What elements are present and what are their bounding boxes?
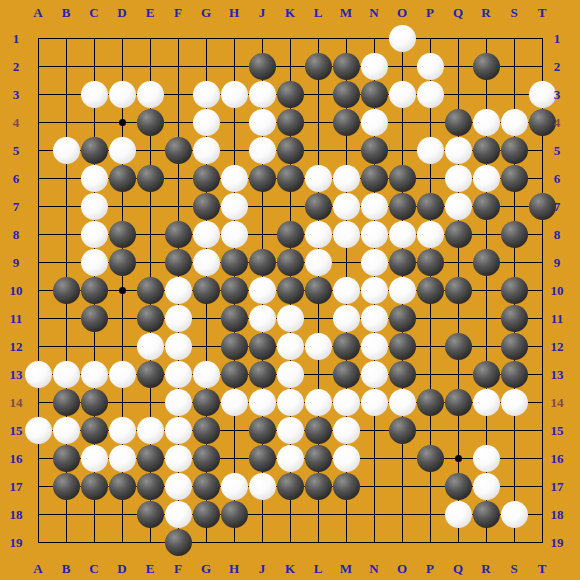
stone-black-c15[interactable]: [81, 417, 108, 444]
col-label-bottom-b: B: [62, 562, 71, 575]
stone-white-f12[interactable]: [165, 333, 192, 360]
stone-white-k16[interactable]: [277, 445, 304, 472]
stone-black-c11[interactable]: [81, 305, 108, 332]
col-label-bottom-c: C: [89, 562, 98, 575]
stone-black-o7[interactable]: [389, 193, 416, 220]
stone-black-o13[interactable]: [389, 361, 416, 388]
row-label-left-9: 9: [13, 256, 20, 269]
stone-white-d13[interactable]: [109, 361, 136, 388]
stone-white-r17[interactable]: [473, 473, 500, 500]
col-label-top-j: J: [259, 6, 266, 19]
stone-black-b17[interactable]: [53, 473, 80, 500]
stone-black-t7[interactable]: [529, 193, 556, 220]
stone-white-s4[interactable]: [501, 109, 528, 136]
col-label-bottom-h: H: [229, 562, 239, 575]
stone-white-o10[interactable]: [389, 277, 416, 304]
stone-black-o15[interactable]: [389, 417, 416, 444]
col-label-top-f: F: [174, 6, 182, 19]
row-label-right-19: 19: [551, 536, 564, 549]
stone-black-p10[interactable]: [417, 277, 444, 304]
stone-black-c10[interactable]: [81, 277, 108, 304]
goban: AABBCCDDEEFFGGHHJJKKLLMMNNOOPPQQRRSSTT11…: [0, 0, 580, 580]
stone-white-l12[interactable]: [305, 333, 332, 360]
stone-black-l2[interactable]: [305, 53, 332, 80]
col-label-top-g: G: [201, 6, 211, 19]
stone-black-o11[interactable]: [389, 305, 416, 332]
stone-white-h8[interactable]: [221, 221, 248, 248]
stone-black-q17[interactable]: [445, 473, 472, 500]
stone-white-f17[interactable]: [165, 473, 192, 500]
stone-black-s11[interactable]: [501, 305, 528, 332]
stone-black-r2[interactable]: [473, 53, 500, 80]
stone-white-g3[interactable]: [193, 81, 220, 108]
stone-white-e12[interactable]: [137, 333, 164, 360]
stone-black-m12[interactable]: [333, 333, 360, 360]
row-label-left-2: 2: [13, 60, 20, 73]
row-label-right-14: 14: [551, 396, 564, 409]
col-label-bottom-s: S: [510, 562, 517, 575]
stone-white-f11[interactable]: [165, 305, 192, 332]
stone-black-k4[interactable]: [277, 109, 304, 136]
stone-black-s12[interactable]: [501, 333, 528, 360]
stone-white-n2[interactable]: [361, 53, 388, 80]
stone-black-m17[interactable]: [333, 473, 360, 500]
stone-white-j3[interactable]: [249, 81, 276, 108]
stone-white-n8[interactable]: [361, 221, 388, 248]
star-point-d4: [119, 119, 126, 126]
stone-black-r5[interactable]: [473, 137, 500, 164]
stone-black-g18[interactable]: [193, 501, 220, 528]
row-label-left-4: 4: [13, 116, 20, 129]
stone-white-o14[interactable]: [389, 389, 416, 416]
stone-white-m8[interactable]: [333, 221, 360, 248]
stone-white-n9[interactable]: [361, 249, 388, 276]
stone-white-h14[interactable]: [221, 389, 248, 416]
row-label-right-9: 9: [554, 256, 561, 269]
stone-black-q4[interactable]: [445, 109, 472, 136]
stone-white-a13[interactable]: [25, 361, 52, 388]
stone-white-f13[interactable]: [165, 361, 192, 388]
stone-black-p7[interactable]: [417, 193, 444, 220]
col-label-bottom-f: F: [174, 562, 182, 575]
row-label-left-10: 10: [10, 284, 23, 297]
col-label-bottom-t: T: [538, 562, 547, 575]
stone-white-l8[interactable]: [305, 221, 332, 248]
stone-black-n3[interactable]: [361, 81, 388, 108]
stone-black-j6[interactable]: [249, 165, 276, 192]
stone-black-d8[interactable]: [109, 221, 136, 248]
stone-black-s8[interactable]: [501, 221, 528, 248]
stone-white-s14[interactable]: [501, 389, 528, 416]
stone-black-h18[interactable]: [221, 501, 248, 528]
stone-white-p5[interactable]: [417, 137, 444, 164]
row-label-right-5: 5: [554, 144, 561, 157]
col-label-bottom-q: Q: [453, 562, 463, 575]
stone-white-h7[interactable]: [221, 193, 248, 220]
row-label-left-12: 12: [10, 340, 23, 353]
col-label-bottom-o: O: [397, 562, 407, 575]
stone-white-m7[interactable]: [333, 193, 360, 220]
stone-white-c16[interactable]: [81, 445, 108, 472]
stone-white-c13[interactable]: [81, 361, 108, 388]
stone-black-f9[interactable]: [165, 249, 192, 276]
col-label-top-a: A: [33, 6, 42, 19]
star-point-d10: [119, 287, 126, 294]
stone-white-m11[interactable]: [333, 305, 360, 332]
stone-white-g4[interactable]: [193, 109, 220, 136]
stone-black-s13[interactable]: [501, 361, 528, 388]
stone-white-n14[interactable]: [361, 389, 388, 416]
stone-black-j12[interactable]: [249, 333, 276, 360]
row-label-left-5: 5: [13, 144, 20, 157]
stone-white-p3[interactable]: [417, 81, 444, 108]
row-label-left-16: 16: [10, 452, 23, 465]
stone-white-g13[interactable]: [193, 361, 220, 388]
col-label-top-o: O: [397, 6, 407, 19]
stone-black-l16[interactable]: [305, 445, 332, 472]
stone-black-h9[interactable]: [221, 249, 248, 276]
stone-black-q12[interactable]: [445, 333, 472, 360]
stone-black-j9[interactable]: [249, 249, 276, 276]
stone-white-n13[interactable]: [361, 361, 388, 388]
row-label-right-17: 17: [551, 480, 564, 493]
stone-white-j17[interactable]: [249, 473, 276, 500]
stone-black-k5[interactable]: [277, 137, 304, 164]
stone-white-m6[interactable]: [333, 165, 360, 192]
col-label-bottom-p: P: [426, 562, 434, 575]
stone-white-b13[interactable]: [53, 361, 80, 388]
col-label-top-c: C: [89, 6, 98, 19]
stone-black-p14[interactable]: [417, 389, 444, 416]
row-label-right-6: 6: [554, 172, 561, 185]
stone-black-g15[interactable]: [193, 417, 220, 444]
stone-white-k11[interactable]: [277, 305, 304, 332]
stone-black-r7[interactable]: [473, 193, 500, 220]
col-label-top-k: K: [285, 6, 295, 19]
stone-white-o8[interactable]: [389, 221, 416, 248]
col-label-bottom-a: A: [33, 562, 42, 575]
stone-white-s18[interactable]: [501, 501, 528, 528]
stone-white-g9[interactable]: [193, 249, 220, 276]
stone-black-c17[interactable]: [81, 473, 108, 500]
stone-white-m10[interactable]: [333, 277, 360, 304]
row-label-left-1: 1: [13, 32, 20, 45]
stone-black-k3[interactable]: [277, 81, 304, 108]
stone-white-h6[interactable]: [221, 165, 248, 192]
row-label-right-16: 16: [551, 452, 564, 465]
row-label-right-4: 4: [554, 116, 561, 129]
stone-black-k9[interactable]: [277, 249, 304, 276]
stone-black-p9[interactable]: [417, 249, 444, 276]
col-label-top-h: H: [229, 6, 239, 19]
stone-white-d5[interactable]: [109, 137, 136, 164]
stone-black-r18[interactable]: [473, 501, 500, 528]
stone-white-n4[interactable]: [361, 109, 388, 136]
stone-black-o12[interactable]: [389, 333, 416, 360]
stone-white-p8[interactable]: [417, 221, 444, 248]
stone-white-l9[interactable]: [305, 249, 332, 276]
row-label-right-11: 11: [551, 312, 563, 325]
stone-white-n10[interactable]: [361, 277, 388, 304]
stone-black-b16[interactable]: [53, 445, 80, 472]
row-label-right-7: 7: [554, 200, 561, 213]
stone-black-h11[interactable]: [221, 305, 248, 332]
stone-black-e6[interactable]: [137, 165, 164, 192]
stone-black-e16[interactable]: [137, 445, 164, 472]
stone-black-d9[interactable]: [109, 249, 136, 276]
row-label-right-15: 15: [551, 424, 564, 437]
stone-white-n7[interactable]: [361, 193, 388, 220]
stone-black-e18[interactable]: [137, 501, 164, 528]
stone-black-f19[interactable]: [165, 529, 192, 556]
row-label-left-14: 14: [10, 396, 23, 409]
stone-black-o9[interactable]: [389, 249, 416, 276]
row-label-left-7: 7: [13, 200, 20, 213]
row-label-left-3: 3: [13, 88, 20, 101]
row-label-left-13: 13: [10, 368, 23, 381]
stone-black-p16[interactable]: [417, 445, 444, 472]
stone-black-q10[interactable]: [445, 277, 472, 304]
stone-white-r14[interactable]: [473, 389, 500, 416]
stone-black-d6[interactable]: [109, 165, 136, 192]
row-label-right-10: 10: [551, 284, 564, 297]
stone-black-q14[interactable]: [445, 389, 472, 416]
col-label-top-s: S: [510, 6, 517, 19]
row-label-right-13: 13: [551, 368, 564, 381]
stone-black-e10[interactable]: [137, 277, 164, 304]
stone-white-c8[interactable]: [81, 221, 108, 248]
stone-black-b14[interactable]: [53, 389, 80, 416]
stone-white-j14[interactable]: [249, 389, 276, 416]
stone-white-l6[interactable]: [305, 165, 332, 192]
stone-black-h13[interactable]: [221, 361, 248, 388]
row-label-right-3: 3: [554, 88, 561, 101]
stone-white-d15[interactable]: [109, 417, 136, 444]
row-label-left-17: 17: [10, 480, 23, 493]
row-label-right-1: 1: [554, 32, 561, 45]
col-label-bottom-j: J: [259, 562, 266, 575]
row-label-right-2: 2: [554, 60, 561, 73]
stone-white-q6[interactable]: [445, 165, 472, 192]
stone-black-r13[interactable]: [473, 361, 500, 388]
stone-black-t4[interactable]: [529, 109, 556, 136]
stone-black-e13[interactable]: [137, 361, 164, 388]
stone-white-a15[interactable]: [25, 417, 52, 444]
stone-black-j16[interactable]: [249, 445, 276, 472]
col-label-top-t: T: [538, 6, 547, 19]
stone-black-g16[interactable]: [193, 445, 220, 472]
stone-white-f14[interactable]: [165, 389, 192, 416]
stone-white-e15[interactable]: [137, 417, 164, 444]
stone-black-m4[interactable]: [333, 109, 360, 136]
stone-black-h12[interactable]: [221, 333, 248, 360]
stone-black-j15[interactable]: [249, 417, 276, 444]
stone-white-m15[interactable]: [333, 417, 360, 444]
stone-white-j11[interactable]: [249, 305, 276, 332]
stone-white-j10[interactable]: [249, 277, 276, 304]
col-label-bottom-m: M: [340, 562, 352, 575]
stone-white-c6[interactable]: [81, 165, 108, 192]
stone-black-s10[interactable]: [501, 277, 528, 304]
stone-black-j13[interactable]: [249, 361, 276, 388]
col-label-top-d: D: [117, 6, 126, 19]
stone-white-g5[interactable]: [193, 137, 220, 164]
stone-white-q7[interactable]: [445, 193, 472, 220]
col-label-top-r: R: [481, 6, 490, 19]
stone-white-c3[interactable]: [81, 81, 108, 108]
row-label-left-19: 19: [10, 536, 23, 549]
col-label-top-q: Q: [453, 6, 463, 19]
stone-white-n11[interactable]: [361, 305, 388, 332]
stone-black-h10[interactable]: [221, 277, 248, 304]
stone-white-q5[interactable]: [445, 137, 472, 164]
col-label-bottom-g: G: [201, 562, 211, 575]
stone-white-c9[interactable]: [81, 249, 108, 276]
row-label-left-15: 15: [10, 424, 23, 437]
row-label-right-8: 8: [554, 228, 561, 241]
stone-white-j5[interactable]: [249, 137, 276, 164]
stone-white-b15[interactable]: [53, 417, 80, 444]
stone-black-c5[interactable]: [81, 137, 108, 164]
stone-black-k6[interactable]: [277, 165, 304, 192]
stone-black-g7[interactable]: [193, 193, 220, 220]
stone-black-e4[interactable]: [137, 109, 164, 136]
stone-black-e17[interactable]: [137, 473, 164, 500]
stone-white-k13[interactable]: [277, 361, 304, 388]
stone-black-l7[interactable]: [305, 193, 332, 220]
stone-black-e11[interactable]: [137, 305, 164, 332]
col-label-top-b: B: [62, 6, 71, 19]
stone-white-f15[interactable]: [165, 417, 192, 444]
stone-white-f10[interactable]: [165, 277, 192, 304]
stone-white-b5[interactable]: [53, 137, 80, 164]
stone-white-r16[interactable]: [473, 445, 500, 472]
stone-black-b10[interactable]: [53, 277, 80, 304]
stone-black-g10[interactable]: [193, 277, 220, 304]
col-label-bottom-d: D: [117, 562, 126, 575]
row-label-right-12: 12: [551, 340, 564, 353]
stone-white-f16[interactable]: [165, 445, 192, 472]
stone-white-o3[interactable]: [389, 81, 416, 108]
stone-white-t3[interactable]: [529, 81, 556, 108]
stone-white-e3[interactable]: [137, 81, 164, 108]
stone-white-f18[interactable]: [165, 501, 192, 528]
stone-white-g8[interactable]: [193, 221, 220, 248]
stone-black-l17[interactable]: [305, 473, 332, 500]
stone-white-m14[interactable]: [333, 389, 360, 416]
stone-white-r4[interactable]: [473, 109, 500, 136]
col-label-top-n: N: [369, 6, 378, 19]
stone-black-s5[interactable]: [501, 137, 528, 164]
stone-white-d16[interactable]: [109, 445, 136, 472]
stone-white-o1[interactable]: [389, 25, 416, 52]
stone-black-g17[interactable]: [193, 473, 220, 500]
stone-black-d17[interactable]: [109, 473, 136, 500]
stone-black-q8[interactable]: [445, 221, 472, 248]
row-label-left-11: 11: [10, 312, 22, 325]
stone-white-d3[interactable]: [109, 81, 136, 108]
stone-white-k15[interactable]: [277, 417, 304, 444]
stone-white-p2[interactable]: [417, 53, 444, 80]
stone-black-m3[interactable]: [333, 81, 360, 108]
col-label-top-p: P: [426, 6, 434, 19]
row-label-left-6: 6: [13, 172, 20, 185]
stone-black-g6[interactable]: [193, 165, 220, 192]
col-label-top-l: L: [314, 6, 323, 19]
col-label-bottom-k: K: [285, 562, 295, 575]
stone-black-m2[interactable]: [333, 53, 360, 80]
stone-white-l14[interactable]: [305, 389, 332, 416]
stone-white-m16[interactable]: [333, 445, 360, 472]
stone-white-h17[interactable]: [221, 473, 248, 500]
stone-black-r9[interactable]: [473, 249, 500, 276]
stone-white-h3[interactable]: [221, 81, 248, 108]
stone-black-f8[interactable]: [165, 221, 192, 248]
stone-white-k14[interactable]: [277, 389, 304, 416]
stone-black-k17[interactable]: [277, 473, 304, 500]
stone-black-l15[interactable]: [305, 417, 332, 444]
stone-black-c14[interactable]: [81, 389, 108, 416]
stone-black-o6[interactable]: [389, 165, 416, 192]
col-label-bottom-e: E: [146, 562, 155, 575]
col-label-bottom-l: L: [314, 562, 323, 575]
col-label-top-m: M: [340, 6, 352, 19]
stone-black-n6[interactable]: [361, 165, 388, 192]
row-label-right-18: 18: [551, 508, 564, 521]
stone-black-f5[interactable]: [165, 137, 192, 164]
stone-black-l10[interactable]: [305, 277, 332, 304]
stone-black-k10[interactable]: [277, 277, 304, 304]
col-label-bottom-n: N: [369, 562, 378, 575]
row-label-left-8: 8: [13, 228, 20, 241]
stone-white-n12[interactable]: [361, 333, 388, 360]
stone-white-j4[interactable]: [249, 109, 276, 136]
stone-white-r6[interactable]: [473, 165, 500, 192]
stone-white-q18[interactable]: [445, 501, 472, 528]
stone-black-n5[interactable]: [361, 137, 388, 164]
stone-white-c7[interactable]: [81, 193, 108, 220]
stone-black-s6[interactable]: [501, 165, 528, 192]
star-point-q16: [455, 455, 462, 462]
stone-black-m13[interactable]: [333, 361, 360, 388]
stone-black-g14[interactable]: [193, 389, 220, 416]
stone-white-k12[interactable]: [277, 333, 304, 360]
col-label-top-e: E: [146, 6, 155, 19]
stone-black-k8[interactable]: [277, 221, 304, 248]
stone-black-j2[interactable]: [249, 53, 276, 80]
row-label-left-18: 18: [10, 508, 23, 521]
col-label-bottom-r: R: [481, 562, 490, 575]
